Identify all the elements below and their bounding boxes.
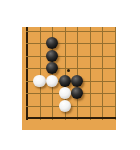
black-stone	[71, 75, 83, 87]
black-stone	[71, 87, 83, 99]
go-diagram	[0, 0, 140, 150]
grid-horizontal-line	[26, 106, 116, 107]
grid-horizontal-line	[26, 43, 116, 44]
white-stone	[59, 100, 71, 112]
go-board[interactable]	[22, 27, 116, 130]
black-stone	[46, 37, 58, 49]
marker-dot	[67, 69, 70, 72]
white-stone	[59, 87, 71, 99]
grid-horizontal-line	[26, 68, 116, 69]
grid-horizontal-line	[26, 56, 116, 57]
black-stone	[59, 75, 71, 87]
black-stone	[46, 62, 58, 74]
grid-horizontal-line	[26, 31, 116, 32]
white-stone	[33, 75, 45, 87]
black-stone	[46, 50, 58, 62]
white-stone	[46, 75, 58, 87]
board-bottom-edge-line	[26, 117, 116, 119]
